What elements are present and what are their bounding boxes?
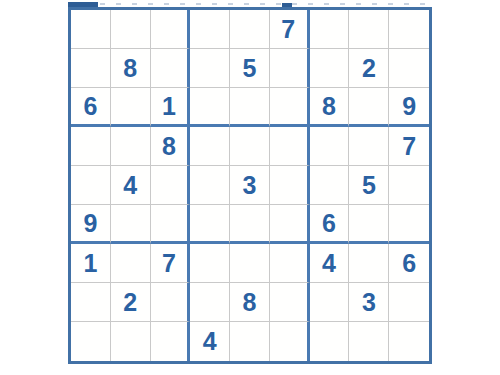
cell-r4c2[interactable] bbox=[111, 127, 151, 166]
cell-r2c7[interactable] bbox=[310, 49, 350, 88]
cell-r1c4[interactable] bbox=[190, 10, 230, 49]
cell-r2c8: 2 bbox=[349, 49, 389, 88]
cell-r3c9: 9 bbox=[389, 88, 429, 127]
cell-r4c5[interactable] bbox=[230, 127, 270, 166]
cell-r1c5[interactable] bbox=[230, 10, 270, 49]
cell-r4c1[interactable] bbox=[71, 127, 111, 166]
cell-r6c2[interactable] bbox=[111, 205, 151, 244]
cell-r1c1[interactable] bbox=[71, 10, 111, 49]
top-edge-noise-artifact bbox=[100, 3, 426, 5]
cell-r5c4[interactable] bbox=[190, 166, 230, 205]
cell-r6c6[interactable] bbox=[270, 205, 310, 244]
cell-r7c6[interactable] bbox=[270, 244, 310, 283]
cell-r1c6: 7 bbox=[270, 10, 310, 49]
cell-r3c1: 6 bbox=[71, 88, 111, 127]
cell-r8c6[interactable] bbox=[270, 283, 310, 322]
cell-r7c1: 1 bbox=[71, 244, 111, 283]
cell-r2c3[interactable] bbox=[151, 49, 191, 88]
cell-r7c4[interactable] bbox=[190, 244, 230, 283]
cell-r6c9[interactable] bbox=[389, 205, 429, 244]
cell-r3c6[interactable] bbox=[270, 88, 310, 127]
cell-r5c8: 5 bbox=[349, 166, 389, 205]
cell-r7c7: 4 bbox=[310, 244, 350, 283]
cell-r5c6[interactable] bbox=[270, 166, 310, 205]
cell-r3c8[interactable] bbox=[349, 88, 389, 127]
cell-r7c9: 6 bbox=[389, 244, 429, 283]
cell-r8c4[interactable] bbox=[190, 283, 230, 322]
cell-r8c9[interactable] bbox=[389, 283, 429, 322]
cell-r4c9: 7 bbox=[389, 127, 429, 166]
cell-r7c3: 7 bbox=[151, 244, 191, 283]
cell-r2c9[interactable] bbox=[389, 49, 429, 88]
cell-r6c5[interactable] bbox=[230, 205, 270, 244]
cell-r9c4: 4 bbox=[190, 322, 230, 361]
cell-r7c2[interactable] bbox=[111, 244, 151, 283]
cell-r8c2: 2 bbox=[111, 283, 151, 322]
cell-r3c5[interactable] bbox=[230, 88, 270, 127]
cell-r2c6[interactable] bbox=[270, 49, 310, 88]
cell-r1c7[interactable] bbox=[310, 10, 350, 49]
cell-r4c4[interactable] bbox=[190, 127, 230, 166]
sudoku-board: 78526189874359617462834 bbox=[68, 7, 432, 364]
cell-r1c2[interactable] bbox=[111, 10, 151, 49]
cell-r7c8[interactable] bbox=[349, 244, 389, 283]
cell-r9c1[interactable] bbox=[71, 322, 111, 361]
cell-r2c4[interactable] bbox=[190, 49, 230, 88]
cell-r2c2: 8 bbox=[111, 49, 151, 88]
cell-r8c3[interactable] bbox=[151, 283, 191, 322]
cell-r8c8: 3 bbox=[349, 283, 389, 322]
cell-r9c8[interactable] bbox=[349, 322, 389, 361]
cell-r6c8[interactable] bbox=[349, 205, 389, 244]
cell-r9c5[interactable] bbox=[230, 322, 270, 361]
cell-r6c4[interactable] bbox=[190, 205, 230, 244]
cell-r2c1[interactable] bbox=[71, 49, 111, 88]
cell-r5c5: 3 bbox=[230, 166, 270, 205]
cell-r9c9[interactable] bbox=[389, 322, 429, 361]
cell-r2c5: 5 bbox=[230, 49, 270, 88]
cell-r5c3[interactable] bbox=[151, 166, 191, 205]
cell-r9c6[interactable] bbox=[270, 322, 310, 361]
cell-r4c6[interactable] bbox=[270, 127, 310, 166]
cell-r8c1[interactable] bbox=[71, 283, 111, 322]
cell-r6c1: 9 bbox=[71, 205, 111, 244]
cell-r5c7[interactable] bbox=[310, 166, 350, 205]
cell-r4c7[interactable] bbox=[310, 127, 350, 166]
cell-r5c2: 4 bbox=[111, 166, 151, 205]
cell-r1c3[interactable] bbox=[151, 10, 191, 49]
cell-r6c3[interactable] bbox=[151, 205, 191, 244]
cell-r1c8[interactable] bbox=[349, 10, 389, 49]
cell-r9c3[interactable] bbox=[151, 322, 191, 361]
cell-r3c3: 1 bbox=[151, 88, 191, 127]
cell-r3c7: 8 bbox=[310, 88, 350, 127]
cell-r3c4[interactable] bbox=[190, 88, 230, 127]
cell-r4c8[interactable] bbox=[349, 127, 389, 166]
cell-r7c5[interactable] bbox=[230, 244, 270, 283]
cell-r9c2[interactable] bbox=[111, 322, 151, 361]
cell-r5c9[interactable] bbox=[389, 166, 429, 205]
cell-r5c1[interactable] bbox=[71, 166, 111, 205]
cell-r8c7[interactable] bbox=[310, 283, 350, 322]
cell-r4c3: 8 bbox=[151, 127, 191, 166]
cell-r8c5: 8 bbox=[230, 283, 270, 322]
cell-r9c7[interactable] bbox=[310, 322, 350, 361]
cell-r1c9[interactable] bbox=[389, 10, 429, 49]
cell-r3c2[interactable] bbox=[111, 88, 151, 127]
cell-r6c7: 6 bbox=[310, 205, 350, 244]
